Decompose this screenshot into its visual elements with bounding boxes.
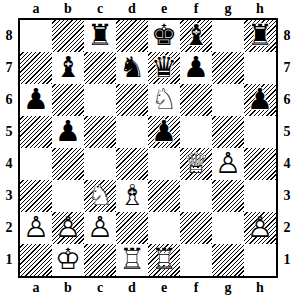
black-knight[interactable]: ♞	[116, 52, 148, 84]
square-g2[interactable]	[212, 212, 244, 244]
square-h8[interactable]: ♜	[244, 20, 276, 52]
file-label-g: g	[212, 0, 244, 17]
file-labels-bottom: abcdefgh	[20, 279, 276, 295]
square-h4[interactable]	[244, 148, 276, 180]
square-b1[interactable]: ♚♔	[52, 244, 84, 276]
piece-outline: ♙	[212, 148, 244, 180]
piece-outline: ♙	[20, 212, 52, 244]
square-c3[interactable]: ♞♘	[84, 180, 116, 212]
rank-labels-left: 87654321	[1, 20, 17, 276]
file-label-f: f	[180, 0, 212, 17]
black-rook[interactable]: ♜	[244, 20, 276, 52]
file-label-h: h	[244, 0, 276, 17]
white-pawn[interactable]: ♟♙	[212, 148, 244, 180]
square-a8[interactable]	[20, 20, 52, 52]
file-label-d: d	[116, 0, 148, 17]
rank-label-1: 1	[279, 244, 294, 276]
square-b2[interactable]: ♟♙	[52, 212, 84, 244]
file-label-a: a	[20, 0, 52, 17]
square-g4[interactable]: ♟♙	[212, 148, 244, 180]
rank-label-7: 7	[279, 52, 294, 84]
rank-label-7: 7	[1, 52, 17, 84]
white-knight[interactable]: ♞♘	[84, 180, 116, 212]
black-pawn[interactable]: ♟	[148, 116, 180, 148]
file-label-h: h	[244, 279, 276, 295]
piece-glyph: ♟	[20, 84, 52, 116]
piece-glyph: ♟	[244, 84, 276, 116]
square-e6[interactable]: ♞♘	[148, 84, 180, 116]
square-e4[interactable]	[148, 148, 180, 180]
black-rook[interactable]: ♜	[84, 20, 116, 52]
piece-glyph: ♟	[148, 116, 180, 148]
square-e8[interactable]: ♚	[148, 20, 180, 52]
file-label-b: b	[52, 0, 84, 17]
square-a2[interactable]: ♟♙	[20, 212, 52, 244]
square-b6[interactable]	[52, 84, 84, 116]
square-d8[interactable]	[116, 20, 148, 52]
square-a3[interactable]	[20, 180, 52, 212]
square-f5[interactable]	[180, 116, 212, 148]
piece-outline: ♕	[180, 148, 212, 180]
black-pawn[interactable]: ♟	[180, 52, 212, 84]
square-b7[interactable]: ♝	[52, 52, 84, 84]
square-e1[interactable]: ♜♖	[148, 244, 180, 276]
square-d2[interactable]	[116, 212, 148, 244]
square-g1[interactable]	[212, 244, 244, 276]
square-a5[interactable]	[20, 116, 52, 148]
square-f2[interactable]	[180, 212, 212, 244]
piece-outline: ♙	[52, 212, 84, 244]
file-labels-top: abcdefgh	[20, 0, 276, 17]
square-a1[interactable]	[20, 244, 52, 276]
black-queen[interactable]: ♛	[148, 52, 180, 84]
square-g8[interactable]	[212, 20, 244, 52]
square-d3[interactable]: ♝♗	[116, 180, 148, 212]
square-a6[interactable]: ♟	[20, 84, 52, 116]
square-g6[interactable]	[212, 84, 244, 116]
rank-label-4: 4	[279, 148, 294, 180]
white-rook[interactable]: ♜♖	[116, 244, 148, 276]
white-queen[interactable]: ♛♕	[180, 148, 212, 180]
square-c2[interactable]: ♟♙	[84, 212, 116, 244]
rank-label-1: 1	[1, 244, 17, 276]
file-label-g: g	[212, 279, 244, 295]
piece-outline: ♘	[148, 84, 180, 116]
square-d7[interactable]: ♞	[116, 52, 148, 84]
piece-outline: ♙	[84, 212, 116, 244]
chess-diagram: abcdefgh 87654321 ♜♚♝♜♝♞♛♟♟♞♘♟♟♟♛♕♟♙♞♘♝♗…	[0, 0, 294, 295]
rank-label-4: 4	[1, 148, 17, 180]
rank-label-3: 3	[1, 180, 17, 212]
piece-glyph: ♜	[84, 20, 116, 52]
piece-glyph: ♟	[52, 116, 84, 148]
file-label-c: c	[84, 279, 116, 295]
square-h1[interactable]	[244, 244, 276, 276]
square-c1[interactable]	[84, 244, 116, 276]
file-label-e: e	[148, 0, 180, 17]
white-bishop[interactable]: ♝♗	[116, 180, 148, 212]
file-label-d: d	[116, 279, 148, 295]
file-label-f: f	[180, 279, 212, 295]
square-e7[interactable]: ♛	[148, 52, 180, 84]
rank-label-5: 5	[1, 116, 17, 148]
square-f8[interactable]: ♝	[180, 20, 212, 52]
piece-outline: ♗	[116, 180, 148, 212]
square-b8[interactable]	[52, 20, 84, 52]
board: ♜♚♝♜♝♞♛♟♟♞♘♟♟♟♛♕♟♙♞♘♝♗♟♙♟♙♟♙♟♙♚♔♜♖♜♖	[18, 18, 278, 278]
square-g5[interactable]	[212, 116, 244, 148]
white-pawn[interactable]: ♟♙	[52, 212, 84, 244]
square-h3[interactable]	[244, 180, 276, 212]
piece-glyph: ♝	[52, 52, 84, 84]
square-g3[interactable]	[212, 180, 244, 212]
square-f3[interactable]	[180, 180, 212, 212]
square-f4[interactable]: ♛♕	[180, 148, 212, 180]
piece-outline: ♖	[148, 244, 180, 276]
black-king[interactable]: ♚	[148, 20, 180, 52]
piece-glyph: ♚	[148, 20, 180, 52]
black-pawn[interactable]: ♟	[244, 84, 276, 116]
file-label-c: c	[84, 0, 116, 17]
square-f1[interactable]	[180, 244, 212, 276]
square-f7[interactable]: ♟	[180, 52, 212, 84]
file-label-b: b	[52, 279, 84, 295]
square-b5[interactable]: ♟	[52, 116, 84, 148]
square-c4[interactable]	[84, 148, 116, 180]
square-g7[interactable]	[212, 52, 244, 84]
piece-glyph: ♞	[116, 52, 148, 84]
rank-label-2: 2	[279, 212, 294, 244]
square-b3[interactable]	[52, 180, 84, 212]
rank-label-6: 6	[1, 84, 17, 116]
square-d4[interactable]	[116, 148, 148, 180]
rank-label-2: 2	[1, 212, 17, 244]
square-c8[interactable]: ♜	[84, 20, 116, 52]
rank-labels-right: 87654321	[279, 20, 294, 276]
piece-glyph: ♝	[180, 20, 212, 52]
white-pawn[interactable]: ♟♙	[84, 212, 116, 244]
square-a4[interactable]	[20, 148, 52, 180]
piece-outline: ♙	[244, 212, 276, 244]
square-d1[interactable]: ♜♖	[116, 244, 148, 276]
square-e3[interactable]	[148, 180, 180, 212]
white-knight[interactable]: ♞♘	[148, 84, 180, 116]
white-pawn[interactable]: ♟♙	[244, 212, 276, 244]
piece-glyph: ♛	[148, 52, 180, 84]
square-h6[interactable]: ♟	[244, 84, 276, 116]
square-h7[interactable]	[244, 52, 276, 84]
piece-glyph: ♟	[180, 52, 212, 84]
square-h2[interactable]: ♟♙	[244, 212, 276, 244]
black-bishop[interactable]: ♝	[180, 20, 212, 52]
piece-outline: ♘	[84, 180, 116, 212]
square-a7[interactable]	[20, 52, 52, 84]
white-rook[interactable]: ♜♖	[148, 244, 180, 276]
piece-outline: ♔	[52, 244, 84, 276]
file-label-a: a	[20, 279, 52, 295]
white-pawn[interactable]: ♟♙	[20, 212, 52, 244]
black-bishop[interactable]: ♝	[52, 52, 84, 84]
square-b4[interactable]	[52, 148, 84, 180]
square-c7[interactable]	[84, 52, 116, 84]
file-label-e: e	[148, 279, 180, 295]
square-e2[interactable]	[148, 212, 180, 244]
black-pawn[interactable]: ♟	[20, 84, 52, 116]
rank-label-3: 3	[279, 180, 294, 212]
square-h5[interactable]	[244, 116, 276, 148]
piece-glyph: ♜	[244, 20, 276, 52]
rank-label-8: 8	[279, 20, 294, 52]
square-d6[interactable]	[116, 84, 148, 116]
rank-label-6: 6	[279, 84, 294, 116]
black-pawn[interactable]: ♟	[52, 116, 84, 148]
rank-label-8: 8	[1, 20, 17, 52]
square-d5[interactable]	[116, 116, 148, 148]
rank-label-5: 5	[279, 116, 294, 148]
piece-outline: ♖	[116, 244, 148, 276]
square-c5[interactable]	[84, 116, 116, 148]
square-e5[interactable]: ♟	[148, 116, 180, 148]
square-f6[interactable]	[180, 84, 212, 116]
square-c6[interactable]	[84, 84, 116, 116]
white-king[interactable]: ♚♔	[52, 244, 84, 276]
